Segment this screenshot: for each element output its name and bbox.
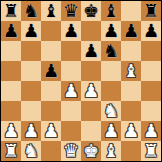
- square-c1[interactable]: [41, 141, 61, 161]
- piece-black-pawn[interactable]: ♟: [43, 61, 59, 81]
- piece-black-pawn[interactable]: ♟: [83, 41, 99, 61]
- square-d3[interactable]: [61, 101, 81, 121]
- square-g3[interactable]: [121, 101, 141, 121]
- square-a7[interactable]: ♟: [1, 21, 21, 41]
- square-a5[interactable]: [1, 61, 21, 81]
- piece-black-pawn[interactable]: ♟: [103, 21, 119, 41]
- square-c5[interactable]: ♟: [41, 61, 61, 81]
- piece-black-pawn[interactable]: ♟: [3, 21, 19, 41]
- square-d6[interactable]: [61, 41, 81, 61]
- square-d1[interactable]: ♛: [61, 141, 81, 161]
- square-f7[interactable]: ♟: [101, 21, 121, 41]
- square-e1[interactable]: ♚: [81, 141, 101, 161]
- square-c3[interactable]: [41, 101, 61, 121]
- square-h1[interactable]: ♜: [141, 141, 161, 161]
- piece-black-rook[interactable]: ♜: [143, 1, 159, 21]
- piece-black-pawn[interactable]: ♟: [23, 21, 39, 41]
- piece-white-pawn[interactable]: ♟: [103, 121, 119, 141]
- square-d4[interactable]: ♟: [61, 81, 81, 101]
- piece-white-pawn[interactable]: ♟: [23, 121, 39, 141]
- piece-white-bishop[interactable]: ♝: [103, 141, 119, 161]
- square-h5[interactable]: [141, 61, 161, 81]
- piece-white-pawn[interactable]: ♟: [83, 81, 99, 101]
- square-c4[interactable]: [41, 81, 61, 101]
- piece-black-knight[interactable]: ♞: [103, 41, 119, 61]
- piece-black-pawn[interactable]: ♟: [123, 21, 139, 41]
- square-e2[interactable]: [81, 121, 101, 141]
- piece-white-pawn[interactable]: ♟: [63, 81, 79, 101]
- piece-white-pawn[interactable]: ♟: [43, 121, 59, 141]
- square-e6[interactable]: ♟: [81, 41, 101, 61]
- piece-white-pawn[interactable]: ♟: [3, 121, 19, 141]
- square-h3[interactable]: [141, 101, 161, 121]
- square-h7[interactable]: ♟: [141, 21, 161, 41]
- square-a6[interactable]: [1, 41, 21, 61]
- square-c7[interactable]: [41, 21, 61, 41]
- square-h2[interactable]: ♟: [141, 121, 161, 141]
- square-a4[interactable]: [1, 81, 21, 101]
- square-c6[interactable]: [41, 41, 61, 61]
- square-a3[interactable]: [1, 101, 21, 121]
- square-g4[interactable]: [121, 81, 141, 101]
- piece-white-queen[interactable]: ♛: [63, 141, 79, 161]
- chess-board: ♜♞♝♛♚♝♜♟♟♟♟♟♟♟♞♟♝♟♟♞♟♟♟♟♟♟♜♞♛♚♝♜: [0, 0, 162, 162]
- piece-white-king[interactable]: ♚: [83, 141, 99, 161]
- square-b8[interactable]: ♞: [21, 1, 41, 21]
- square-d2[interactable]: [61, 121, 81, 141]
- piece-black-pawn[interactable]: ♟: [63, 21, 79, 41]
- square-f3[interactable]: ♞: [101, 101, 121, 121]
- piece-black-bishop[interactable]: ♝: [43, 1, 59, 21]
- square-f2[interactable]: ♟: [101, 121, 121, 141]
- piece-white-pawn[interactable]: ♟: [123, 121, 139, 141]
- square-e3[interactable]: [81, 101, 101, 121]
- square-g2[interactable]: ♟: [121, 121, 141, 141]
- square-e8[interactable]: ♚: [81, 1, 101, 21]
- square-d7[interactable]: ♟: [61, 21, 81, 41]
- piece-black-rook[interactable]: ♜: [3, 1, 19, 21]
- square-g5[interactable]: ♝: [121, 61, 141, 81]
- square-h8[interactable]: ♜: [141, 1, 161, 21]
- square-h4[interactable]: [141, 81, 161, 101]
- square-e7[interactable]: [81, 21, 101, 41]
- square-d8[interactable]: ♛: [61, 1, 81, 21]
- square-a1[interactable]: ♜: [1, 141, 21, 161]
- piece-white-rook[interactable]: ♜: [143, 141, 159, 161]
- square-b4[interactable]: [21, 81, 41, 101]
- square-f4[interactable]: [101, 81, 121, 101]
- piece-white-pawn[interactable]: ♟: [143, 121, 159, 141]
- piece-black-bishop[interactable]: ♝: [103, 1, 119, 21]
- piece-black-king[interactable]: ♚: [83, 1, 99, 21]
- square-d5[interactable]: [61, 61, 81, 81]
- square-b5[interactable]: [21, 61, 41, 81]
- square-h6[interactable]: [141, 41, 161, 61]
- square-c2[interactable]: ♟: [41, 121, 61, 141]
- square-e5[interactable]: [81, 61, 101, 81]
- piece-white-bishop[interactable]: ♝: [123, 61, 139, 81]
- piece-white-knight[interactable]: ♞: [23, 141, 39, 161]
- square-f8[interactable]: ♝: [101, 1, 121, 21]
- square-b2[interactable]: ♟: [21, 121, 41, 141]
- square-b3[interactable]: [21, 101, 41, 121]
- square-g6[interactable]: [121, 41, 141, 61]
- square-a8[interactable]: ♜: [1, 1, 21, 21]
- square-g8[interactable]: [121, 1, 141, 21]
- piece-black-pawn[interactable]: ♟: [143, 21, 159, 41]
- square-c8[interactable]: ♝: [41, 1, 61, 21]
- piece-white-rook[interactable]: ♜: [3, 141, 19, 161]
- square-f5[interactable]: [101, 61, 121, 81]
- square-g1[interactable]: [121, 141, 141, 161]
- square-f6[interactable]: ♞: [101, 41, 121, 61]
- piece-black-queen[interactable]: ♛: [63, 1, 79, 21]
- square-b1[interactable]: ♞: [21, 141, 41, 161]
- square-g7[interactable]: ♟: [121, 21, 141, 41]
- square-f1[interactable]: ♝: [101, 141, 121, 161]
- square-e4[interactable]: ♟: [81, 81, 101, 101]
- square-b6[interactable]: [21, 41, 41, 61]
- piece-black-knight[interactable]: ♞: [23, 1, 39, 21]
- piece-white-knight[interactable]: ♞: [103, 101, 119, 121]
- square-a2[interactable]: ♟: [1, 121, 21, 141]
- square-b7[interactable]: ♟: [21, 21, 41, 41]
